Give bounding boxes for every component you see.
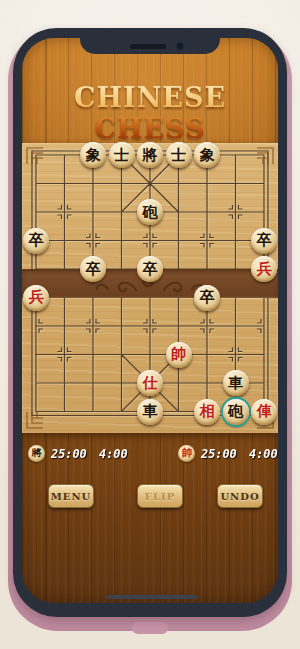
board-cell[interactable] — [250, 369, 278, 398]
board-cell[interactable] — [193, 369, 222, 398]
board-cell[interactable]: 象 — [193, 141, 222, 170]
board-cell[interactable] — [50, 226, 79, 255]
board-cell[interactable] — [50, 198, 79, 227]
board-cell[interactable] — [22, 141, 50, 170]
board-cell[interactable] — [164, 169, 193, 198]
board-cell[interactable] — [250, 141, 278, 170]
board-cell[interactable] — [22, 340, 50, 369]
board-cell[interactable] — [164, 226, 193, 255]
board-cell[interactable] — [193, 312, 222, 341]
app-title: CHINESE CHESS — [22, 82, 278, 144]
phone-screen: CHINESE CHESS — [22, 38, 278, 603]
board-cell[interactable] — [107, 283, 136, 312]
board-cell[interactable] — [193, 226, 222, 255]
piece-black-soldier[interactable]: 卒 — [194, 285, 220, 311]
board-cell[interactable] — [50, 141, 79, 170]
camera-icon — [176, 42, 184, 50]
board-cell[interactable] — [193, 169, 222, 198]
board-panel: 象士將士象砲卒卒卒卒兵兵卒帥仕車車相砲俥 — [22, 143, 278, 433]
board-cell[interactable] — [221, 141, 250, 170]
piece-red-advisor[interactable]: 仕 — [137, 370, 163, 396]
piece-black-chariot[interactable]: 車 — [223, 370, 249, 396]
board-grid[interactable]: 象士將士象砲卒卒卒卒兵兵卒帥仕車車相砲俥 — [22, 141, 278, 426]
board-cell[interactable] — [50, 340, 79, 369]
board-cell[interactable] — [79, 369, 108, 398]
board-cell[interactable] — [107, 255, 136, 284]
board-cell[interactable] — [221, 340, 250, 369]
board-cell[interactable] — [79, 312, 108, 341]
board-cell[interactable] — [22, 397, 50, 426]
board-cell[interactable]: 卒 — [250, 226, 278, 255]
board-cell[interactable]: 卒 — [193, 283, 222, 312]
piece-black-cannon[interactable]: 砲 — [223, 399, 249, 425]
board-cell[interactable]: 卒 — [79, 255, 108, 284]
black-secondary-time: 4:00 — [99, 446, 128, 461]
red-main-time: 25:00 — [201, 446, 237, 461]
board-cell[interactable]: 砲 — [136, 198, 165, 227]
board-cell[interactable] — [22, 312, 50, 341]
board-cell[interactable]: 仕 — [136, 369, 165, 398]
board-cell[interactable] — [50, 369, 79, 398]
board-cell[interactable] — [79, 397, 108, 426]
board-cell[interactable] — [193, 198, 222, 227]
board-cell[interactable]: 車 — [221, 369, 250, 398]
piece-black-general[interactable]: 將 — [137, 142, 163, 168]
board-cell[interactable] — [136, 340, 165, 369]
board-cell[interactable] — [193, 255, 222, 284]
undo-button[interactable]: UNDO — [217, 484, 263, 508]
board-cell[interactable] — [250, 283, 278, 312]
board-cell[interactable] — [164, 198, 193, 227]
board-cell[interactable]: 士 — [164, 141, 193, 170]
board-cell[interactable] — [221, 255, 250, 284]
board-cell[interactable] — [136, 226, 165, 255]
speaker-icon — [130, 44, 166, 49]
piece-black-cannon[interactable]: 砲 — [137, 199, 163, 225]
board-cell[interactable]: 卒 — [136, 255, 165, 284]
board-cell[interactable] — [50, 283, 79, 312]
board-cell[interactable]: 帥 — [164, 340, 193, 369]
clocks-bar: 將 25:00 4:00 帥 25:00 4:00 — [22, 444, 278, 462]
board-cell[interactable] — [250, 340, 278, 369]
piece-red-soldier[interactable]: 兵 — [23, 285, 49, 311]
board-cell[interactable]: 將 — [136, 141, 165, 170]
piece-red-elephant[interactable]: 相 — [194, 399, 220, 425]
board-cell[interactable] — [250, 198, 278, 227]
board-cell[interactable]: 兵 — [22, 283, 50, 312]
board-cell[interactable]: 象 — [79, 141, 108, 170]
board-cell[interactable] — [79, 198, 108, 227]
board-cell[interactable] — [107, 226, 136, 255]
board-cell[interactable] — [50, 169, 79, 198]
board-cell[interactable] — [22, 255, 50, 284]
page-background: CHINESE CHESS — [0, 0, 300, 649]
board-cell[interactable] — [107, 397, 136, 426]
red-secondary-time: 4:00 — [249, 446, 278, 461]
board-cell[interactable] — [136, 312, 165, 341]
board-cell[interactable] — [164, 255, 193, 284]
board-cell[interactable] — [221, 169, 250, 198]
board-cell[interactable] — [221, 226, 250, 255]
piece-black-chariot[interactable]: 車 — [137, 399, 163, 425]
piece-black-soldier[interactable]: 卒 — [23, 228, 49, 254]
board-cell[interactable] — [250, 312, 278, 341]
black-clock: 將 25:00 4:00 — [28, 445, 129, 462]
board-cell[interactable] — [221, 283, 250, 312]
board-cell[interactable]: 俥 — [250, 397, 278, 426]
board-cell[interactable] — [136, 283, 165, 312]
piece-black-soldier[interactable]: 卒 — [251, 228, 277, 254]
board-cell[interactable]: 士 — [107, 141, 136, 170]
board-cell[interactable] — [164, 397, 193, 426]
board-cell[interactable] — [250, 169, 278, 198]
red-clock: 帥 25:00 4:00 — [178, 445, 278, 462]
board-cell[interactable] — [107, 198, 136, 227]
flip-button[interactable]: FLIP — [137, 484, 183, 508]
board-cell[interactable] — [164, 283, 193, 312]
piece-red-soldier[interactable]: 兵 — [251, 256, 277, 282]
board-cell[interactable]: 砲 — [221, 397, 250, 426]
red-general-clock-icon: 帥 — [178, 445, 195, 462]
piece-red-chariot[interactable]: 俥 — [251, 399, 277, 425]
piece-red-general[interactable]: 帥 — [166, 342, 192, 368]
board-cell[interactable] — [221, 198, 250, 227]
board-cell[interactable] — [50, 312, 79, 341]
board-cell[interactable] — [79, 340, 108, 369]
board-cell[interactable] — [164, 369, 193, 398]
board-cell[interactable]: 相 — [193, 397, 222, 426]
piece-black-soldier[interactable]: 卒 — [137, 256, 163, 282]
board-cell[interactable] — [193, 340, 222, 369]
board-cell[interactable] — [22, 369, 50, 398]
black-main-time: 25:00 — [51, 446, 87, 461]
home-indicator[interactable] — [106, 595, 197, 599]
piece-black-elephant[interactable]: 象 — [80, 142, 106, 168]
piece-black-advisor[interactable]: 士 — [166, 142, 192, 168]
board-cell[interactable] — [22, 169, 50, 198]
board-cell[interactable] — [107, 169, 136, 198]
piece-black-advisor[interactable]: 士 — [109, 142, 135, 168]
board-cell[interactable]: 車 — [136, 397, 165, 426]
board-cell[interactable] — [79, 226, 108, 255]
piece-black-elephant[interactable]: 象 — [194, 142, 220, 168]
board-cell[interactable] — [107, 369, 136, 398]
board-cell[interactable] — [22, 198, 50, 227]
black-general-clock-icon: 將 — [28, 445, 45, 462]
phone-frame: CHINESE CHESS — [13, 28, 287, 617]
board-cell[interactable]: 卒 — [22, 226, 50, 255]
board-cell[interactable] — [79, 169, 108, 198]
board-cell[interactable] — [50, 397, 79, 426]
board-cell[interactable] — [164, 312, 193, 341]
notch — [80, 38, 220, 54]
menu-button[interactable]: MENU — [48, 484, 94, 508]
board-cell[interactable] — [221, 312, 250, 341]
board-cell[interactable] — [107, 340, 136, 369]
board-cell[interactable] — [79, 283, 108, 312]
board-cell[interactable]: 兵 — [250, 255, 278, 284]
board-cell[interactable] — [50, 255, 79, 284]
piece-black-soldier[interactable]: 卒 — [80, 256, 106, 282]
board-cell[interactable] — [107, 312, 136, 341]
board-cell[interactable] — [136, 169, 165, 198]
